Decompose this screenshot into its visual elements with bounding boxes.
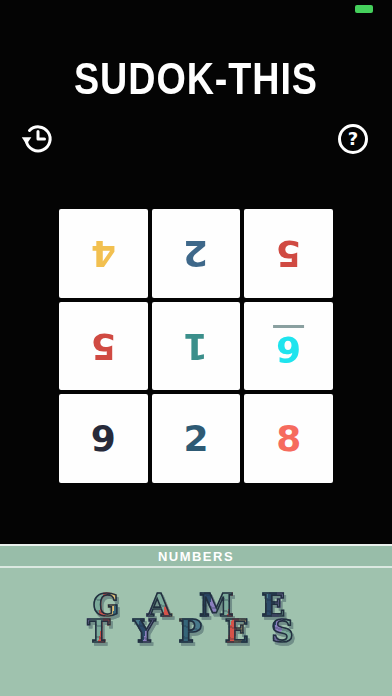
cell-digit: 2 (183, 235, 208, 271)
page-title: SUDOK-THIS (16, 54, 377, 106)
grid-cell-r1c1[interactable]: 4 (59, 209, 148, 298)
cell-digit: 8 (276, 421, 301, 457)
history-button[interactable] (20, 122, 54, 156)
cell-digit: 6 (273, 325, 304, 367)
svg-text:?: ? (348, 128, 358, 149)
game-types-section[interactable]: GAME TYPES (0, 568, 392, 696)
cell-digit: 5 (91, 328, 116, 364)
app-screen: SUDOK-THIS ? 425516928 NUMBERS GA (0, 0, 392, 696)
help-button[interactable]: ? (336, 122, 370, 156)
cell-digit: 4 (91, 235, 116, 271)
numbers-bar[interactable]: NUMBERS (0, 544, 392, 568)
cell-digit: 5 (276, 235, 301, 271)
board-grid: 425516928 (59, 209, 333, 483)
board-area: SUDOK-THIS ? 425516928 (0, 0, 392, 544)
grid-cell-r2c3[interactable]: 6 (244, 302, 333, 391)
grid-cell-r1c3[interactable]: 5 (244, 209, 333, 298)
cell-digit: 2 (183, 421, 208, 457)
history-icon (20, 144, 54, 159)
cell-digit: 9 (91, 421, 116, 457)
game-types-title-line2: TYPES (0, 618, 392, 644)
grid-cell-r3c2[interactable]: 2 (152, 394, 241, 483)
grid-cell-r3c1[interactable]: 9 (59, 394, 148, 483)
grid-cell-r3c3[interactable]: 8 (244, 394, 333, 483)
grid-cell-r1c2[interactable]: 2 (152, 209, 241, 298)
question-mark-icon: ? (336, 144, 370, 159)
numbers-label: NUMBERS (158, 549, 234, 564)
grid-cell-r2c2[interactable]: 1 (152, 302, 241, 391)
battery-indicator (355, 5, 373, 13)
grid-cell-r2c1[interactable]: 5 (59, 302, 148, 391)
cell-digit: 1 (183, 328, 208, 364)
